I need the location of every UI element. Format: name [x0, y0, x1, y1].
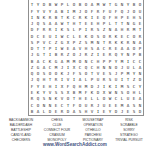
site-url[interactable]: www.WordSearchAddict.com [0, 142, 150, 147]
word-list: BACKGAMMONBALDERDASHBATTLESHIPCANDYLANDC… [3, 118, 147, 143]
word-search-grid: TYUTYRLRTRLTLARAARATYDBWPLOBOAMWTGNYBOFY… [28, 0, 144, 116]
word-list-column: RISKSCRABBLESORRYSTRATEGOTRIVIAL PURSUIT [111, 118, 147, 143]
word-list-column: MOUSETRAPOPERATIONOTHELLOPARCHESIPICTION… [75, 118, 111, 143]
word-search-page: TYUTYRLRTRLTLARAARATYDBWPLOBOAMWTGNYBOFY… [0, 0, 150, 150]
grid-cell: D [137, 109, 143, 115]
word-list-column: CHESSCLUECONNECT FOURCRANIUMMONOPOLY [39, 118, 75, 143]
word-list-column: BACKGAMMONBALDERDASHBATTLESHIPCANDYLANDC… [3, 118, 39, 143]
